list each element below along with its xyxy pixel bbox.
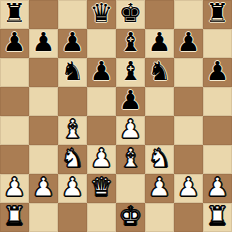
piece-white-queen[interactable]: ♛ [90, 174, 113, 202]
piece-black-rook[interactable]: ♜ [3, 0, 26, 28]
square-d7[interactable] [87, 29, 116, 58]
square-e4[interactable]: ♟ [116, 116, 145, 145]
square-b3[interactable] [29, 145, 58, 174]
piece-white-king[interactable]: ♚ [119, 203, 142, 231]
piece-white-pawn[interactable]: ♟ [148, 174, 171, 202]
square-c6[interactable]: ♞ [58, 58, 87, 87]
square-f5[interactable] [145, 87, 174, 116]
piece-black-knight[interactable]: ♞ [61, 58, 84, 86]
piece-white-rook[interactable]: ♜ [206, 203, 229, 231]
square-g4[interactable] [174, 116, 203, 145]
piece-white-pawn[interactable]: ♟ [32, 174, 55, 202]
square-b6[interactable] [29, 58, 58, 87]
square-c2[interactable]: ♟ [58, 174, 87, 203]
piece-black-rook[interactable]: ♜ [206, 0, 229, 28]
square-e3[interactable]: ♝ [116, 145, 145, 174]
square-a8[interactable]: ♜ [0, 0, 29, 29]
square-g2[interactable]: ♟ [174, 174, 203, 203]
piece-white-rook[interactable]: ♜ [3, 203, 26, 231]
piece-black-pawn[interactable]: ♟ [61, 29, 84, 57]
square-a7[interactable]: ♟ [0, 29, 29, 58]
square-a3[interactable] [0, 145, 29, 174]
square-h5[interactable] [203, 87, 232, 116]
piece-black-pawn[interactable]: ♟ [32, 29, 55, 57]
square-b2[interactable]: ♟ [29, 174, 58, 203]
square-b1[interactable] [29, 203, 58, 232]
piece-white-bishop[interactable]: ♝ [119, 145, 142, 173]
piece-black-pawn[interactable]: ♟ [148, 29, 171, 57]
chess-board: ♜♛♚♜♟♟♟♝♟♟♞♟♝♞♟♟♝♟♞♟♝♞♟♟♟♛♟♟♟♜♚♜ [0, 0, 232, 232]
piece-white-pawn[interactable]: ♟ [177, 174, 200, 202]
piece-black-knight[interactable]: ♞ [148, 58, 171, 86]
square-f8[interactable] [145, 0, 174, 29]
square-b7[interactable]: ♟ [29, 29, 58, 58]
square-h1[interactable]: ♜ [203, 203, 232, 232]
square-c4[interactable]: ♝ [58, 116, 87, 145]
square-a2[interactable]: ♟ [0, 174, 29, 203]
square-d3[interactable]: ♟ [87, 145, 116, 174]
square-d6[interactable]: ♟ [87, 58, 116, 87]
piece-white-pawn[interactable]: ♟ [90, 145, 113, 173]
square-h2[interactable]: ♟ [203, 174, 232, 203]
square-a1[interactable]: ♜ [0, 203, 29, 232]
square-h4[interactable] [203, 116, 232, 145]
square-c5[interactable] [58, 87, 87, 116]
piece-black-bishop[interactable]: ♝ [119, 29, 142, 57]
square-g1[interactable] [174, 203, 203, 232]
square-d5[interactable] [87, 87, 116, 116]
square-c8[interactable] [58, 0, 87, 29]
square-b8[interactable] [29, 0, 58, 29]
piece-black-bishop[interactable]: ♝ [119, 58, 142, 86]
square-f6[interactable]: ♞ [145, 58, 174, 87]
square-c3[interactable]: ♞ [58, 145, 87, 174]
square-g6[interactable] [174, 58, 203, 87]
square-c1[interactable] [58, 203, 87, 232]
square-f1[interactable] [145, 203, 174, 232]
square-e1[interactable]: ♚ [116, 203, 145, 232]
square-g5[interactable] [174, 87, 203, 116]
square-g7[interactable]: ♟ [174, 29, 203, 58]
square-b5[interactable] [29, 87, 58, 116]
piece-black-king[interactable]: ♚ [119, 0, 142, 28]
piece-black-pawn[interactable]: ♟ [90, 58, 113, 86]
piece-white-bishop[interactable]: ♝ [61, 116, 84, 144]
square-a6[interactable] [0, 58, 29, 87]
square-d4[interactable] [87, 116, 116, 145]
square-e5[interactable]: ♟ [116, 87, 145, 116]
square-g8[interactable] [174, 0, 203, 29]
square-e2[interactable] [116, 174, 145, 203]
square-h3[interactable] [203, 145, 232, 174]
square-d1[interactable] [87, 203, 116, 232]
square-e8[interactable]: ♚ [116, 0, 145, 29]
piece-white-pawn[interactable]: ♟ [119, 116, 142, 144]
piece-black-pawn[interactable]: ♟ [206, 58, 229, 86]
square-b4[interactable] [29, 116, 58, 145]
square-f4[interactable] [145, 116, 174, 145]
square-h6[interactable]: ♟ [203, 58, 232, 87]
square-f2[interactable]: ♟ [145, 174, 174, 203]
square-d8[interactable]: ♛ [87, 0, 116, 29]
piece-black-pawn[interactable]: ♟ [177, 29, 200, 57]
square-h8[interactable]: ♜ [203, 0, 232, 29]
piece-black-queen[interactable]: ♛ [90, 0, 113, 28]
piece-white-knight[interactable]: ♞ [148, 145, 171, 173]
piece-white-pawn[interactable]: ♟ [3, 174, 26, 202]
square-a4[interactable] [0, 116, 29, 145]
square-h7[interactable] [203, 29, 232, 58]
square-f7[interactable]: ♟ [145, 29, 174, 58]
square-e6[interactable]: ♝ [116, 58, 145, 87]
square-a5[interactable] [0, 87, 29, 116]
piece-white-knight[interactable]: ♞ [61, 145, 84, 173]
square-d2[interactable]: ♛ [87, 174, 116, 203]
piece-black-pawn[interactable]: ♟ [119, 87, 142, 115]
square-e7[interactable]: ♝ [116, 29, 145, 58]
piece-white-pawn[interactable]: ♟ [61, 174, 84, 202]
piece-white-pawn[interactable]: ♟ [206, 174, 229, 202]
square-g3[interactable] [174, 145, 203, 174]
piece-black-pawn[interactable]: ♟ [3, 29, 26, 57]
square-c7[interactable]: ♟ [58, 29, 87, 58]
square-f3[interactable]: ♞ [145, 145, 174, 174]
